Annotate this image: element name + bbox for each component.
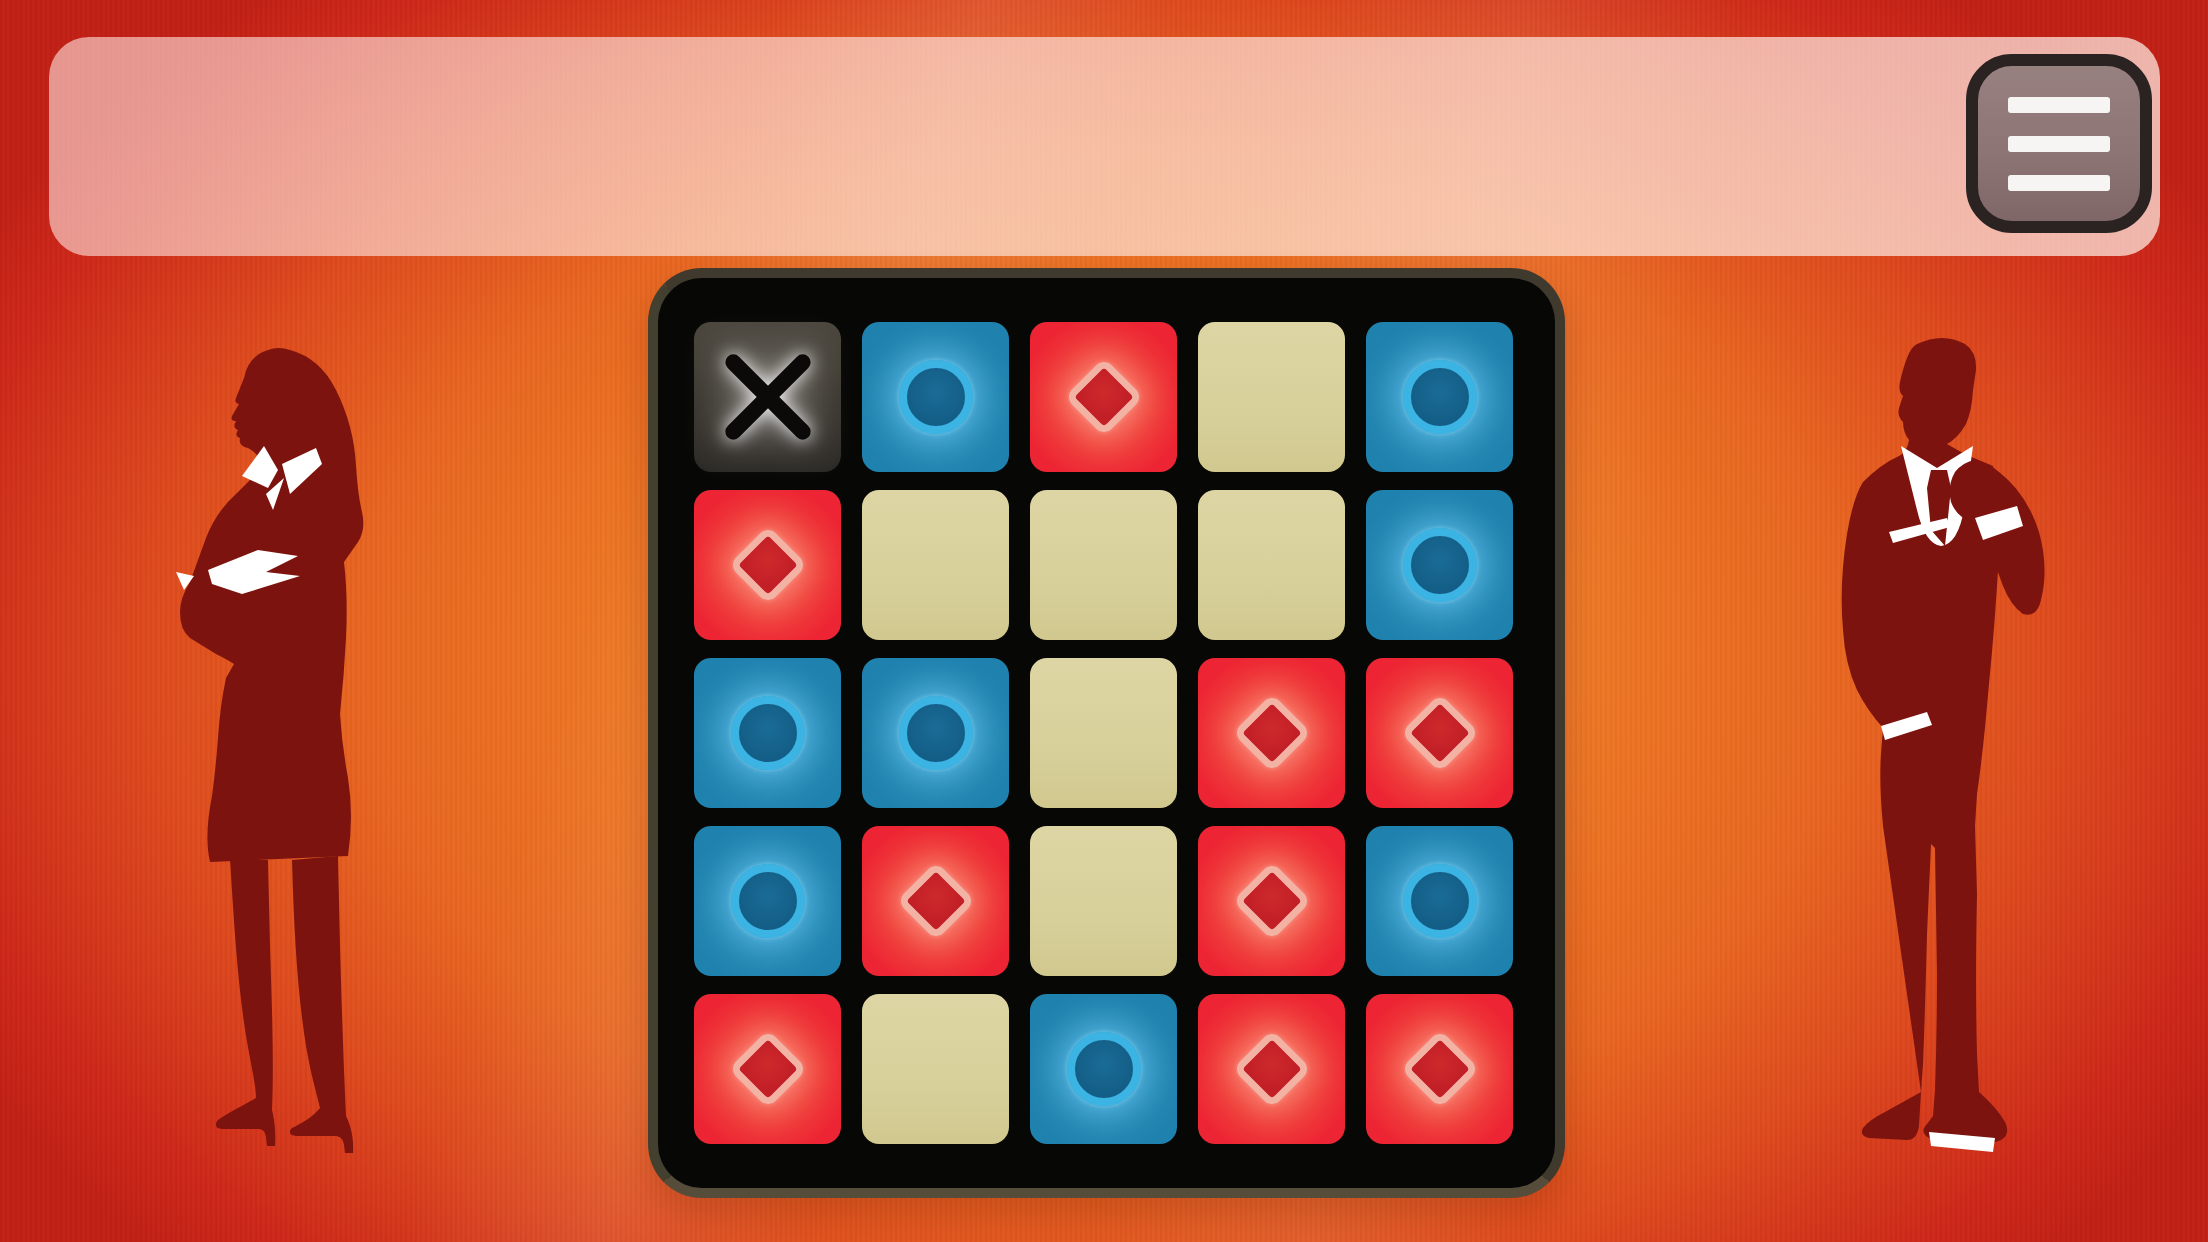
businessman-silhouette bbox=[1825, 334, 2077, 1174]
tile-r4c5-blue[interactable] bbox=[1366, 826, 1513, 976]
assassin-x-icon bbox=[720, 349, 816, 445]
tile-r5c2-neutral[interactable] bbox=[862, 994, 1009, 1144]
tile-r5c1-red[interactable] bbox=[694, 994, 841, 1144]
tile-r3c4-red[interactable] bbox=[1198, 658, 1345, 808]
businesswoman-silhouette bbox=[172, 346, 382, 1156]
clue-bar bbox=[49, 37, 2160, 256]
tile-r4c2-red[interactable] bbox=[862, 826, 1009, 976]
tile-r2c1-red[interactable] bbox=[694, 490, 841, 640]
tile-r4c1-blue[interactable] bbox=[694, 826, 841, 976]
red-agent-diamond-icon bbox=[1232, 861, 1311, 940]
red-agent-diamond-icon bbox=[728, 525, 807, 604]
key-card-grid bbox=[694, 322, 1513, 1144]
blue-agent-circle-icon bbox=[1403, 528, 1477, 602]
red-agent-diamond-icon bbox=[1400, 1029, 1479, 1108]
tile-r5c5-red[interactable] bbox=[1366, 994, 1513, 1144]
blue-agent-circle-icon bbox=[1403, 864, 1477, 938]
blue-agent-circle-icon bbox=[1067, 1032, 1141, 1106]
blue-agent-circle-icon bbox=[899, 360, 973, 434]
tile-r3c1-blue[interactable] bbox=[694, 658, 841, 808]
menu-button[interactable] bbox=[1966, 54, 2152, 233]
tile-r5c3-blue[interactable] bbox=[1030, 994, 1177, 1144]
tile-r3c2-blue[interactable] bbox=[862, 658, 1009, 808]
tile-r2c5-blue[interactable] bbox=[1366, 490, 1513, 640]
key-card-board bbox=[648, 268, 1565, 1198]
tile-r2c2-neutral[interactable] bbox=[862, 490, 1009, 640]
red-agent-diamond-icon bbox=[1064, 357, 1143, 436]
tile-r1c4-neutral[interactable] bbox=[1198, 322, 1345, 472]
blue-agent-circle-icon bbox=[731, 696, 805, 770]
red-agent-diamond-icon bbox=[896, 861, 975, 940]
tile-r1c5-blue[interactable] bbox=[1366, 322, 1513, 472]
tile-r2c3-neutral[interactable] bbox=[1030, 490, 1177, 640]
tile-r3c3-neutral[interactable] bbox=[1030, 658, 1177, 808]
blue-agent-circle-icon bbox=[1403, 360, 1477, 434]
tile-r1c1-assassin[interactable] bbox=[694, 322, 841, 472]
tile-r4c4-red[interactable] bbox=[1198, 826, 1345, 976]
tile-r1c2-blue[interactable] bbox=[862, 322, 1009, 472]
blue-agent-circle-icon bbox=[731, 864, 805, 938]
game-screen: { "game": "Codenames key card (5x5 spyma… bbox=[0, 0, 2208, 1242]
red-agent-diamond-icon bbox=[1232, 693, 1311, 772]
red-agent-diamond-icon bbox=[728, 1029, 807, 1108]
tile-r1c3-red[interactable] bbox=[1030, 322, 1177, 472]
tile-r4c3-neutral[interactable] bbox=[1030, 826, 1177, 976]
tile-r3c5-red[interactable] bbox=[1366, 658, 1513, 808]
blue-agent-circle-icon bbox=[899, 696, 973, 770]
red-agent-diamond-icon bbox=[1232, 1029, 1311, 1108]
tile-r2c4-neutral[interactable] bbox=[1198, 490, 1345, 640]
hamburger-menu-icon bbox=[2008, 97, 2110, 113]
tile-r5c4-red[interactable] bbox=[1198, 994, 1345, 1144]
red-agent-diamond-icon bbox=[1400, 693, 1479, 772]
